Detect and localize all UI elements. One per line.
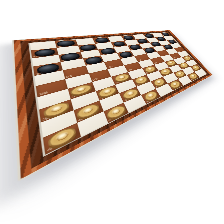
checkers-board: 1234567891011121314151617181920212223242… [12, 30, 213, 182]
board-grid: 1234567891011121314151617181920212223242… [30, 32, 206, 154]
board-frame: 1234567891011121314151617181920212223242… [20, 31, 210, 169]
photo-scene: 1234567891011121314151617181920212223242… [0, 0, 224, 224]
board-outer-rim: 1234567891011121314151617181920212223242… [12, 30, 213, 182]
